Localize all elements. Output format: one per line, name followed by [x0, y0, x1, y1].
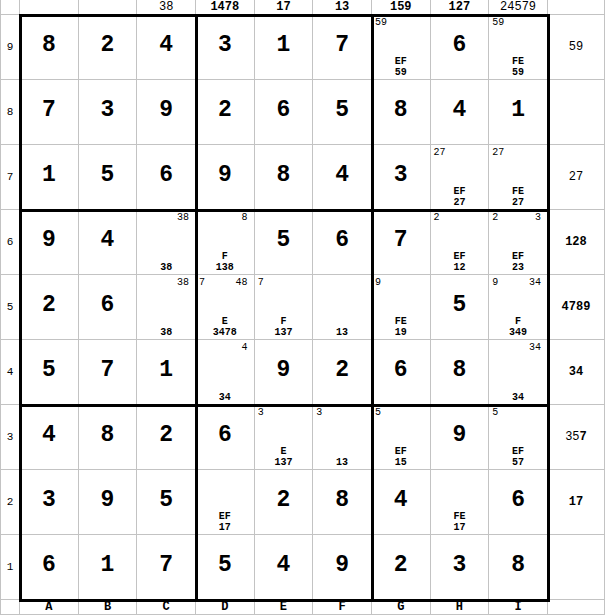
row-candidates-1	[548, 535, 605, 600]
chain-mark: F138	[196, 251, 254, 273]
pencil-mark-top-right: 4	[242, 343, 248, 353]
solved-digit: 6	[79, 275, 137, 339]
chain-mark: 38	[137, 262, 195, 273]
candidate-text: 17	[569, 495, 583, 509]
cell-B2[interactable]: 9	[79, 470, 138, 535]
chain-mark: 34	[196, 392, 254, 403]
chain-mark-digits: 38	[137, 327, 195, 338]
solved-digit: 7	[372, 210, 430, 274]
pencil-mark-top-left: 27	[434, 148, 446, 158]
chain-mark-letters: EF	[431, 186, 489, 197]
solved-digit: 1	[255, 15, 313, 79]
cell-D9[interactable]: 3	[196, 15, 255, 80]
pencil-mark-top-right: 38	[177, 278, 189, 288]
col-label-D: D	[196, 600, 255, 615]
solved-digit: 5	[79, 145, 137, 209]
cell-G2[interactable]: 4	[372, 470, 431, 535]
cell-D8[interactable]: 2	[196, 80, 255, 145]
row-label-9: 9	[0, 15, 20, 80]
solved-digit: 6	[137, 145, 195, 209]
chain-mark: EF15	[372, 446, 430, 468]
row-label-5: 5	[0, 275, 20, 340]
pencil-mark-top-left: 3	[316, 408, 322, 418]
solved-digit: 9	[137, 80, 195, 144]
cell-E6[interactable]: 5	[255, 210, 314, 275]
row-label-1: 1	[0, 535, 20, 600]
sudoku-app: 381478171315912724579982431759EF59659FE5…	[0, 0, 605, 615]
pencil-mark-top-left: 5	[375, 408, 381, 418]
solved-digit: 4	[79, 210, 137, 274]
solved-digit: 9	[79, 470, 137, 534]
chain-mark-digits: 34	[196, 392, 254, 403]
candidate-text: 17	[276, 1, 290, 14]
cell-B9[interactable]: 2	[79, 15, 138, 80]
row-candidates-6: 128	[548, 210, 605, 275]
cell-H3[interactable]: 9	[431, 405, 490, 470]
chain-mark: EF12	[431, 251, 489, 273]
chain-mark-digits: 59	[372, 67, 430, 78]
solved-digit: 9	[431, 405, 489, 469]
cell-G1[interactable]: 2	[372, 535, 431, 600]
solved-digit: 5	[196, 535, 254, 599]
candidate-text: 59	[569, 40, 583, 54]
chain-mark-letters: EF	[489, 446, 547, 457]
cell-E1[interactable]: 4	[255, 535, 314, 600]
cell-H9[interactable]: 6	[431, 15, 490, 80]
cell-A3[interactable]: 4	[20, 405, 79, 470]
cell-E4[interactable]: 9	[255, 340, 314, 405]
pencil-mark-top-right: 8	[242, 213, 248, 223]
chain-mark-letters: EF	[372, 56, 430, 67]
solved-digit: 2	[313, 340, 371, 404]
cell-E9[interactable]: 1	[255, 15, 314, 80]
cell-D4[interactable]: 434	[196, 340, 255, 405]
solved-digit: 4	[137, 15, 195, 79]
cell-D5[interactable]: 748E3478	[196, 275, 255, 340]
cell-F2[interactable]: 8	[313, 470, 372, 535]
col-candidates-B	[79, 0, 138, 15]
cell-F7[interactable]: 4	[313, 145, 372, 210]
solved-digit: 5	[313, 80, 371, 144]
cell-E5[interactable]: 7F137	[255, 275, 314, 340]
solved-digit: 7	[313, 15, 371, 79]
solved-digit: 9	[20, 210, 78, 274]
cell-B7[interactable]: 5	[79, 145, 138, 210]
chain-mark: FE59	[489, 56, 547, 78]
solved-digit: 3	[79, 80, 137, 144]
candidate-text: 159	[390, 1, 412, 14]
cell-F4[interactable]: 2	[313, 340, 372, 405]
col-label-F: F	[313, 600, 372, 615]
solved-digit: 9	[255, 340, 313, 404]
cell-F1[interactable]: 9	[313, 535, 372, 600]
chain-mark-digits: 27	[489, 197, 547, 208]
cell-B8[interactable]: 3	[79, 80, 138, 145]
chain-mark-letters: EF	[196, 511, 254, 522]
cell-B6[interactable]: 4	[79, 210, 138, 275]
chain-mark-letters: E	[255, 446, 313, 457]
candidate-text: 127	[449, 1, 471, 14]
chain-mark-letters: FE	[431, 511, 489, 522]
corner-bottom-left	[0, 600, 20, 615]
cell-I3[interactable]: 5EF57	[489, 405, 548, 470]
chain-mark: 34	[489, 392, 547, 403]
cell-G9[interactable]: 59EF59	[372, 15, 431, 80]
solved-digit: 4	[372, 470, 430, 534]
chain-mark-letters: F	[196, 251, 254, 262]
corner-top-right	[548, 0, 605, 15]
cell-I8[interactable]: 1	[489, 80, 548, 145]
cell-G8[interactable]: 8	[372, 80, 431, 145]
solved-digit: 5	[431, 275, 489, 339]
solved-digit: 3	[431, 535, 489, 599]
solved-digit: 4	[431, 80, 489, 144]
chain-mark: 13	[313, 327, 371, 338]
chain-mark: F349	[489, 316, 547, 338]
col-candidates-E: 17	[255, 0, 314, 15]
solved-digit: 2	[372, 535, 430, 599]
chain-mark: EF27	[431, 186, 489, 208]
solved-digit: 9	[196, 145, 254, 209]
solved-digit: 2	[255, 470, 313, 534]
col-candidates-A	[20, 0, 79, 15]
cell-I9[interactable]: 59FE59	[489, 15, 548, 80]
cell-H8[interactable]: 4	[431, 80, 490, 145]
row-label-3: 3	[0, 405, 20, 470]
solved-digit: 6	[489, 470, 547, 534]
solved-digit: 4	[313, 145, 371, 209]
chain-mark: 13	[313, 457, 371, 468]
chain-mark-digits: 17	[196, 522, 254, 533]
chain-mark-digits: 19	[372, 327, 430, 338]
solved-digit: 8	[313, 470, 371, 534]
chain-mark-digits: 12	[431, 262, 489, 273]
chain-mark-letters: FE	[372, 316, 430, 327]
cell-C7[interactable]: 6	[137, 145, 196, 210]
solved-digit: 6	[20, 535, 78, 599]
solved-digit: 8	[255, 145, 313, 209]
cell-I2[interactable]: 6	[489, 470, 548, 535]
candidate-text: 38	[159, 1, 173, 14]
solved-digit: 1	[489, 80, 547, 144]
col-candidates-D: 1478	[196, 0, 255, 15]
pencil-mark-top-right: 38	[177, 213, 189, 223]
pencil-mark-top-left: 9	[492, 278, 498, 288]
cell-C9[interactable]: 4	[137, 15, 196, 80]
cell-E8[interactable]: 6	[255, 80, 314, 145]
cell-G5[interactable]: 9FE19	[372, 275, 431, 340]
cell-C2[interactable]: 5	[137, 470, 196, 535]
cell-D2[interactable]: EF17	[196, 470, 255, 535]
chain-mark-digits: 349	[489, 327, 547, 338]
cell-A8[interactable]: 7	[20, 80, 79, 145]
solved-digit: 7	[79, 340, 137, 404]
solved-digit: 2	[20, 275, 78, 339]
chain-mark-letters: F	[489, 316, 547, 327]
cell-H6[interactable]: 2EF12	[431, 210, 490, 275]
cell-E7[interactable]: 8	[255, 145, 314, 210]
solved-digit: 4	[20, 405, 78, 469]
solved-digit: 1	[137, 340, 195, 404]
chain-mark: FE27	[489, 186, 547, 208]
cell-C3[interactable]: 2	[137, 405, 196, 470]
solved-digit: 1	[20, 145, 78, 209]
candidate-text: 4789	[562, 300, 591, 314]
cell-G4[interactable]: 6	[372, 340, 431, 405]
row-label-2: 2	[0, 470, 20, 535]
col-label-B: B	[79, 600, 138, 615]
row-candidates-9: 59	[548, 15, 605, 80]
row-candidates-5: 4789	[548, 275, 605, 340]
cell-G3[interactable]: 5EF15	[372, 405, 431, 470]
row-candidates-7: 27	[548, 145, 605, 210]
chain-mark: E3478	[196, 316, 254, 338]
candidate-text: 27	[569, 170, 583, 184]
col-candidates-G: 159	[372, 0, 431, 15]
chain-mark: EF17	[196, 511, 254, 533]
col-label-G: G	[372, 600, 431, 615]
solved-digit: 3	[372, 145, 430, 209]
candidate-text: 128	[565, 235, 587, 249]
chain-mark: EF59	[372, 56, 430, 78]
chain-mark: FE19	[372, 316, 430, 338]
cell-A7[interactable]: 1	[20, 145, 79, 210]
chain-mark-letters: F	[255, 316, 313, 327]
corner-bottom-right	[548, 600, 605, 615]
cell-F5[interactable]: 13	[313, 275, 372, 340]
cell-E2[interactable]: 2	[255, 470, 314, 535]
pencil-mark-top-right: 48	[236, 278, 248, 288]
cell-I5[interactable]: 934F349	[489, 275, 548, 340]
cell-F9[interactable]: 7	[313, 15, 372, 80]
pencil-mark-top-left: 59	[492, 18, 504, 28]
row-label-6: 6	[0, 210, 20, 275]
chain-mark: EF57	[489, 446, 547, 468]
pencil-mark-top-left: 59	[375, 18, 387, 28]
pencil-mark-top-left: 7	[258, 278, 264, 288]
solved-digit: 2	[196, 80, 254, 144]
pencil-mark-top-left: 2	[492, 213, 498, 223]
col-label-A: A	[20, 600, 79, 615]
solved-digit: 6	[196, 405, 254, 469]
pencil-mark-top-left: 9	[375, 278, 381, 288]
pencil-mark-top-left: 27	[492, 148, 504, 158]
cell-H7[interactable]: 27EF27	[431, 145, 490, 210]
cell-A6[interactable]: 9	[20, 210, 79, 275]
chain-mark: E137	[255, 446, 313, 468]
chain-mark-digits: 137	[255, 457, 313, 468]
chain-mark-digits: 15	[372, 457, 430, 468]
solved-digit: 8	[489, 535, 547, 599]
solved-digit: 6	[313, 210, 371, 274]
solved-digit: 2	[137, 405, 195, 469]
chain-mark-digits: 38	[137, 262, 195, 273]
cell-E3[interactable]: 3E137	[255, 405, 314, 470]
chain-mark-letters: FE	[489, 186, 547, 197]
solved-digit: 5	[20, 340, 78, 404]
solved-digit: 3	[196, 15, 254, 79]
chain-mark-letters: FE	[489, 56, 547, 67]
row-candidates-4: 34	[548, 340, 605, 405]
chain-mark: 38	[137, 327, 195, 338]
cell-H4[interactable]: 8	[431, 340, 490, 405]
cell-H2[interactable]: FE17	[431, 470, 490, 535]
cell-A1[interactable]: 6	[20, 535, 79, 600]
solved-digit: 6	[255, 80, 313, 144]
cell-I7[interactable]: 27FE27	[489, 145, 548, 210]
cell-B4[interactable]: 7	[79, 340, 138, 405]
chain-mark-letters: EF	[372, 446, 430, 457]
cell-H5[interactable]: 5	[431, 275, 490, 340]
cell-B1[interactable]: 1	[79, 535, 138, 600]
solved-digit: 8	[372, 80, 430, 144]
chain-mark-letters: EF	[431, 251, 489, 262]
pencil-mark-top-right: 34	[529, 278, 541, 288]
col-label-H: H	[431, 600, 490, 615]
cell-A9[interactable]: 8	[20, 15, 79, 80]
solved-digit: 8	[20, 15, 78, 79]
candidate-text: 24579	[500, 1, 536, 14]
chain-mark-digits: 13	[313, 327, 371, 338]
col-label-E: E	[255, 600, 314, 615]
col-candidates-I: 24579	[489, 0, 548, 15]
cell-I6[interactable]: 23EF23	[489, 210, 548, 275]
solved-digit: 1	[79, 535, 137, 599]
solved-digit: 3	[20, 470, 78, 534]
chain-mark-digits: 3478	[196, 327, 254, 338]
cell-D6[interactable]: 8F138	[196, 210, 255, 275]
chain-mark: FE17	[431, 511, 489, 533]
candidate-text: 34	[569, 365, 583, 379]
candidate-text: 1478	[210, 1, 239, 14]
pencil-mark-top-right: 34	[529, 343, 541, 353]
chain-mark-letters: EF	[489, 251, 547, 262]
row-label-4: 4	[0, 340, 20, 405]
solved-digit: 8	[79, 405, 137, 469]
pencil-mark-top-right: 3	[535, 213, 541, 223]
cell-G7[interactable]: 3	[372, 145, 431, 210]
solved-digit: 7	[137, 535, 195, 599]
row-label-8: 8	[0, 80, 20, 145]
solved-digit: 7	[20, 80, 78, 144]
solved-digit: 8	[431, 340, 489, 404]
pencil-mark-top-left: 5	[492, 408, 498, 418]
col-candidates-F: 13	[313, 0, 372, 15]
solved-digit: 6	[372, 340, 430, 404]
pencil-mark-top-left: 2	[434, 213, 440, 223]
cell-B5[interactable]: 6	[79, 275, 138, 340]
cell-C1[interactable]: 7	[137, 535, 196, 600]
cell-G6[interactable]: 7	[372, 210, 431, 275]
chain-mark-digits: 34	[489, 392, 547, 403]
chain-mark-digits: 17	[431, 522, 489, 533]
chain-mark-digits: 57	[489, 457, 547, 468]
chain-mark: F137	[255, 316, 313, 338]
pencil-mark-top-left: 3	[258, 408, 264, 418]
candidate-text: 7	[580, 430, 587, 444]
row-label-7: 7	[0, 145, 20, 210]
cell-D3[interactable]: 6	[196, 405, 255, 470]
cell-C5[interactable]: 3838	[137, 275, 196, 340]
row-candidates-3: 357	[548, 405, 605, 470]
chain-mark-digits: 13	[313, 457, 371, 468]
chain-mark-digits: 137	[255, 327, 313, 338]
corner-top-left	[0, 0, 20, 15]
cell-F3[interactable]: 313	[313, 405, 372, 470]
candidate-text: 35	[565, 430, 579, 444]
cell-B3[interactable]: 8	[79, 405, 138, 470]
pencil-mark-top-left: 7	[199, 278, 205, 288]
col-label-I: I	[489, 600, 548, 615]
cell-F8[interactable]: 5	[313, 80, 372, 145]
solved-digit: 2	[79, 15, 137, 79]
solved-digit: 6	[431, 15, 489, 79]
col-candidates-C: 38	[137, 0, 196, 15]
cell-D7[interactable]: 9	[196, 145, 255, 210]
cell-I4[interactable]: 3434	[489, 340, 548, 405]
cell-C6[interactable]: 3838	[137, 210, 196, 275]
chain-mark: EF23	[489, 251, 547, 273]
cell-I1[interactable]: 8	[489, 535, 548, 600]
solved-digit: 5	[137, 470, 195, 534]
col-candidates-H: 127	[431, 0, 490, 15]
row-candidates-2: 17	[548, 470, 605, 535]
cell-A2[interactable]: 3	[20, 470, 79, 535]
solved-digit: 4	[255, 535, 313, 599]
chain-mark-digits: 27	[431, 197, 489, 208]
cell-H1[interactable]: 3	[431, 535, 490, 600]
chain-mark-digits: 59	[489, 67, 547, 78]
candidate-text: 13	[335, 1, 349, 14]
cell-C4[interactable]: 1	[137, 340, 196, 405]
sudoku-grid: 381478171315912724579982431759EF59659FE5…	[0, 0, 605, 615]
cell-C8[interactable]: 9	[137, 80, 196, 145]
chain-mark-digits: 23	[489, 262, 547, 273]
chain-mark-letters: E	[196, 316, 254, 327]
solved-digit: 5	[255, 210, 313, 274]
cell-A4[interactable]: 5	[20, 340, 79, 405]
cell-F6[interactable]: 6	[313, 210, 372, 275]
solved-digit: 9	[313, 535, 371, 599]
cell-A5[interactable]: 2	[20, 275, 79, 340]
cell-D1[interactable]: 5	[196, 535, 255, 600]
chain-mark-digits: 138	[196, 262, 254, 273]
col-label-C: C	[137, 600, 196, 615]
row-candidates-8	[548, 80, 605, 145]
